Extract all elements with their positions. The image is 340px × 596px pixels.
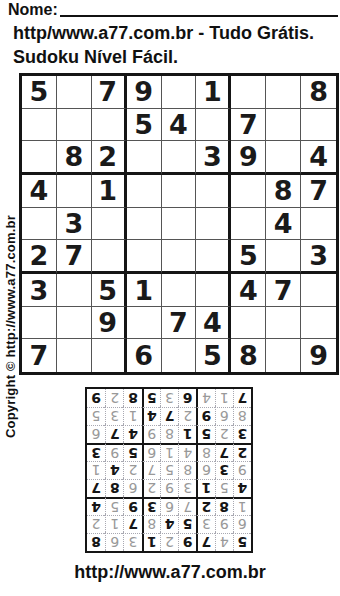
solution-cell-r5c8: 4 <box>105 461 123 479</box>
solution-cell-r9c1: 7 <box>233 389 251 407</box>
cell-r4c8[interactable]: 8 <box>266 175 301 208</box>
cell-r1c4[interactable]: 9 <box>127 76 162 109</box>
solution-cell-r2c1: 6 <box>233 515 251 533</box>
solution-cell-r3c6: 3 <box>142 497 160 515</box>
solution-cell-r7c1: 3 <box>233 425 251 443</box>
cell-r4c9[interactable]: 7 <box>301 175 336 208</box>
solution-cell-r9c8: 2 <box>105 389 123 407</box>
cell-r3c3[interactable]: 2 <box>92 141 127 175</box>
solution-cell-r5c5: 5 <box>160 461 178 479</box>
solution-cell-r5c2: 3 <box>215 461 233 479</box>
cell-r5c5[interactable] <box>162 208 197 241</box>
cell-r5c2[interactable]: 3 <box>57 208 92 241</box>
copyright-vertical-text: Copyright © http://www.a77.com.br <box>3 215 18 438</box>
solution-cell-r1c2: 4 <box>215 533 233 551</box>
solution-cell-r7c7: 4 <box>123 425 141 443</box>
solution-cell-r2c9: 2 <box>87 515 105 533</box>
cell-r5c8[interactable]: 4 <box>266 208 301 241</box>
cell-r8c3[interactable]: 9 <box>92 307 127 340</box>
cell-r6c2[interactable]: 7 <box>57 240 92 274</box>
cell-r2c4[interactable]: 5 <box>127 109 162 142</box>
cell-r1c3[interactable]: 7 <box>92 76 127 109</box>
solution-cell-r6c3: 8 <box>196 443 214 461</box>
cell-r9c4[interactable]: 6 <box>127 339 162 372</box>
solution-cell-r3c7: 9 <box>123 497 141 515</box>
cell-r8c4[interactable] <box>127 307 162 340</box>
cell-r5c9[interactable] <box>301 208 336 241</box>
cell-r5c4[interactable] <box>127 208 162 241</box>
cell-r8c9[interactable] <box>301 307 336 340</box>
cell-r4c2[interactable] <box>57 175 92 208</box>
solution-cell-r8c5: 7 <box>160 407 178 425</box>
cell-r9c3[interactable] <box>92 339 127 372</box>
solution-cell-r8c4: 2 <box>178 407 196 425</box>
solution-cell-r7c3: 5 <box>196 425 214 443</box>
solution-cell-r5c6: 7 <box>142 461 160 479</box>
solution-cell-r6c1: 2 <box>233 443 251 461</box>
solution-cell-r6c9: 3 <box>87 443 105 461</box>
cell-r3c2[interactable]: 8 <box>57 141 92 175</box>
solution-cell-r6c2: 7 <box>215 443 233 461</box>
solution-cell-r3c1: 1 <box>233 497 251 515</box>
cell-r8c8[interactable] <box>266 307 301 340</box>
solution-cell-r8c3: 9 <box>196 407 214 425</box>
solution-cell-r9c9: 9 <box>87 389 105 407</box>
solution-cell-r8c1: 8 <box>233 407 251 425</box>
cell-r7c5[interactable] <box>162 274 197 307</box>
cell-r4c4[interactable] <box>127 175 162 208</box>
solution-cell-r7c2: 2 <box>215 425 233 443</box>
solution-cell-r9c6: 5 <box>142 389 160 407</box>
solution-cell-r7c8: 7 <box>105 425 123 443</box>
cell-r9c9[interactable]: 9 <box>301 339 336 372</box>
sudoku-worksheet: Nome: http/www.a77.com.br - Tudo Grátis.… <box>0 0 340 596</box>
solution-cell-r9c4: 6 <box>178 389 196 407</box>
cell-r8c2[interactable] <box>57 307 92 340</box>
cell-r5c1[interactable] <box>22 208 57 241</box>
solution-cell-r2c4: 5 <box>178 515 196 533</box>
solution-cell-r2c6: 8 <box>142 515 160 533</box>
cell-r6c4[interactable] <box>127 240 162 274</box>
solution-cell-r1c7: 3 <box>123 533 141 551</box>
cell-r2c5[interactable]: 4 <box>162 109 197 142</box>
cell-r2c9[interactable] <box>301 109 336 142</box>
solution-cell-r7c5: 8 <box>160 425 178 443</box>
cell-r2c6[interactable] <box>196 109 231 142</box>
cell-r7c8[interactable]: 7 <box>266 274 301 307</box>
cell-r7c6[interactable] <box>196 274 231 307</box>
cell-r4c3[interactable]: 1 <box>92 175 127 208</box>
solution-cell-r1c4: 9 <box>178 533 196 551</box>
solution-cell-r6c8: 9 <box>105 443 123 461</box>
cell-r9c8[interactable] <box>266 339 301 372</box>
site-url-heading: http/www.a77.com.br - Tudo Grátis. <box>13 23 314 44</box>
cell-r4c6[interactable] <box>196 175 231 208</box>
cell-r3c9[interactable]: 4 <box>301 141 336 175</box>
cell-r8c5[interactable]: 7 <box>162 307 197 340</box>
cell-r7c3[interactable]: 5 <box>92 274 127 307</box>
cell-r7c2[interactable] <box>57 274 92 307</box>
solution-cell-r8c8: 3 <box>105 407 123 425</box>
solution-cell-r7c6: 9 <box>142 425 160 443</box>
solution-cell-r5c4: 8 <box>178 461 196 479</box>
solution-cell-r4c4: 3 <box>178 479 196 497</box>
cell-r8c7[interactable] <box>231 307 266 340</box>
cell-r1c9[interactable]: 8 <box>301 76 336 109</box>
cell-r6c8[interactable] <box>266 240 301 274</box>
cell-r8c1[interactable] <box>22 307 57 340</box>
solution-cell-r2c8: 1 <box>105 515 123 533</box>
difficulty-heading: Sudoku Nível Fácil. <box>13 47 178 68</box>
sudoku-board: 579185478239441873427533514797476589 <box>19 73 339 375</box>
solution-cell-r9c2: 1 <box>215 389 233 407</box>
solution-cell-r6c5: 1 <box>160 443 178 461</box>
cell-r6c7[interactable]: 5 <box>231 240 266 274</box>
name-row: Nome: <box>8 1 338 19</box>
solution-cell-r3c8: 5 <box>105 497 123 515</box>
solution-board-upside-down: 5479213686935487121827639544513926879368… <box>85 387 253 553</box>
name-label: Nome: <box>8 1 58 19</box>
cell-r9c2[interactable] <box>57 339 92 372</box>
solution-cell-r4c6: 2 <box>142 479 160 497</box>
solution-cell-r9c7: 8 <box>123 389 141 407</box>
cell-r7c9[interactable] <box>301 274 336 307</box>
cell-r4c7[interactable] <box>231 175 266 208</box>
cell-r1c1[interactable]: 5 <box>22 76 57 109</box>
cell-r1c7[interactable] <box>231 76 266 109</box>
solution-cell-r2c3: 3 <box>196 515 214 533</box>
cell-r5c3[interactable] <box>92 208 127 241</box>
cell-r9c6[interactable]: 5 <box>196 339 231 372</box>
solution-cell-r4c9: 7 <box>87 479 105 497</box>
solution-cell-r1c1: 5 <box>233 533 251 551</box>
cell-r2c3[interactable] <box>92 109 127 142</box>
cell-r9c7[interactable]: 8 <box>231 339 266 372</box>
solution-cell-r5c9: 1 <box>87 461 105 479</box>
solution-cell-r2c2: 9 <box>215 515 233 533</box>
cell-r6c6[interactable] <box>196 240 231 274</box>
cell-r6c1[interactable]: 2 <box>22 240 57 274</box>
cell-r4c5[interactable] <box>162 175 197 208</box>
cell-r7c1[interactable]: 3 <box>22 274 57 307</box>
cell-r3c7[interactable]: 9 <box>231 141 266 175</box>
cell-r3c4[interactable] <box>127 141 162 175</box>
cell-r2c7[interactable]: 7 <box>231 109 266 142</box>
solution-cell-r4c2: 5 <box>215 479 233 497</box>
solution-cell-r7c4: 1 <box>178 425 196 443</box>
solution-cell-r1c8: 6 <box>105 533 123 551</box>
solution-cell-r4c3: 1 <box>196 479 214 497</box>
cell-r3c6[interactable]: 3 <box>196 141 231 175</box>
solution-cell-r3c9: 4 <box>87 497 105 515</box>
cell-r7c4[interactable]: 1 <box>127 274 162 307</box>
solution-cell-r5c7: 2 <box>123 461 141 479</box>
solution-cell-r5c1: 9 <box>233 461 251 479</box>
solution-cell-r8c9: 5 <box>87 407 105 425</box>
solution-cell-r6c6: 6 <box>142 443 160 461</box>
solution-cell-r9c5: 3 <box>160 389 178 407</box>
solution-cell-r1c6: 1 <box>142 533 160 551</box>
cell-r8c6[interactable]: 4 <box>196 307 231 340</box>
solution-cell-r1c5: 2 <box>160 533 178 551</box>
solution-cell-r1c3: 7 <box>196 533 214 551</box>
cell-r2c1[interactable] <box>22 109 57 142</box>
cell-r4c1[interactable]: 4 <box>22 175 57 208</box>
solution-cell-r4c7: 6 <box>123 479 141 497</box>
solution-cell-r6c4: 4 <box>178 443 196 461</box>
cell-r6c5[interactable] <box>162 240 197 274</box>
cell-r7c7[interactable]: 4 <box>231 274 266 307</box>
cell-r6c3[interactable] <box>92 240 127 274</box>
solution-cell-r3c3: 2 <box>196 497 214 515</box>
solution-cell-r2c7: 7 <box>123 515 141 533</box>
solution-cell-r6c7: 5 <box>123 443 141 461</box>
solution-cell-r5c3: 6 <box>196 461 214 479</box>
cell-r9c1[interactable]: 7 <box>22 339 57 372</box>
cell-r5c7[interactable] <box>231 208 266 241</box>
cell-r1c6[interactable]: 1 <box>196 76 231 109</box>
solution-cell-r3c5: 6 <box>160 497 178 515</box>
solution-cell-r4c8: 8 <box>105 479 123 497</box>
footer-url: http://www.a77.com.br <box>0 562 340 583</box>
cell-r3c5[interactable] <box>162 141 197 175</box>
cell-r9c5[interactable] <box>162 339 197 372</box>
cell-r5c6[interactable] <box>196 208 231 241</box>
name-blank-line <box>60 15 338 17</box>
solution-cell-r8c6: 4 <box>142 407 160 425</box>
cell-r3c8[interactable] <box>266 141 301 175</box>
solution-cell-r4c5: 9 <box>160 479 178 497</box>
solution-cell-r4c1: 4 <box>233 479 251 497</box>
cell-r1c5[interactable] <box>162 76 197 109</box>
solution-cell-r3c4: 7 <box>178 497 196 515</box>
cell-r3c1[interactable] <box>22 141 57 175</box>
cell-r2c2[interactable] <box>57 109 92 142</box>
solution-cell-r3c2: 8 <box>215 497 233 515</box>
cell-r2c8[interactable] <box>266 109 301 142</box>
solution-cell-r2c5: 4 <box>160 515 178 533</box>
cell-r1c8[interactable] <box>266 76 301 109</box>
solution-cell-r7c9: 6 <box>87 425 105 443</box>
solution-cell-r8c2: 6 <box>215 407 233 425</box>
cell-r6c9[interactable]: 3 <box>301 240 336 274</box>
solution-cell-r1c9: 8 <box>87 533 105 551</box>
cell-r1c2[interactable] <box>57 76 92 109</box>
solution-cell-r8c7: 1 <box>123 407 141 425</box>
solution-cell-r9c3: 4 <box>196 389 214 407</box>
